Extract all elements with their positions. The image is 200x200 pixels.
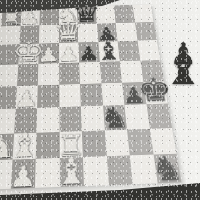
photo-layer: ♜♟♞♛♛♟♚♟♟♟♝♟♟♚♞♞♝♜♟♝♞ ♟ ♝ (0, 0, 200, 200)
piece-white-bishop: ♝ (55, 154, 89, 189)
piece-black-bishop: ♝ (94, 39, 124, 63)
square-r5c2: ♟ (15, 85, 38, 109)
square-r3c4: ♟ (59, 43, 79, 63)
square-r1c1: ♜ (1, 8, 21, 26)
square-r3c6: ♝ (98, 41, 120, 61)
square-r8c4: ♝ (59, 157, 84, 187)
square-r2c4: ♛ (59, 24, 79, 43)
piece-white-queen: ♛ (53, 20, 83, 45)
square-r6c6: ♞ (103, 105, 127, 130)
square-r1c2: ♟ (20, 8, 40, 26)
square-r2c8 (135, 22, 157, 41)
square-r1c8 (132, 4, 153, 22)
piece-black-knight: ♞ (149, 153, 185, 186)
captured-black-bishop-icon: ♝ (162, 46, 200, 91)
square-r3c3: ♟ (38, 43, 58, 64)
chess-photo: ♜♟♞♛♛♟♚♟♟♟♝♟♟♚♞♞♝♜♟♝♞ ♟ ♝ (0, 0, 200, 200)
piece-white-pawn: ♟ (37, 46, 59, 65)
piece-white-pawn: ♟ (19, 10, 40, 27)
piece-black-knight: ♞ (99, 104, 131, 132)
square-r1c7 (114, 5, 135, 23)
piece-white-pawn: ♟ (9, 163, 37, 191)
square-r7c2: ♝ (12, 133, 36, 160)
chess-board: ♜♟♞♛♛♟♚♟♟♟♝♟♟♚♞♞♝♜♟♝♞ (0, 4, 181, 189)
square-r8c8: ♞ (153, 154, 181, 183)
square-r8c6 (106, 156, 132, 185)
piece-white-bishop: ♝ (7, 130, 41, 162)
square-r3c8 (137, 40, 160, 60)
piece-white-pawn: ♟ (14, 88, 39, 110)
square-r3c2: ♚ (18, 44, 39, 65)
square-r5c3 (37, 84, 59, 108)
square-r5c4 (59, 84, 81, 108)
square-r8c2: ♟ (10, 159, 35, 189)
